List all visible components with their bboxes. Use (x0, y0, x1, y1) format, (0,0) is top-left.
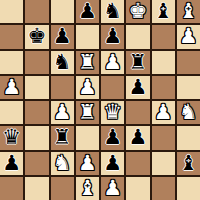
black-queen-piece: ♛ (2, 127, 21, 148)
black-bishop-piece: ♝ (179, 152, 198, 173)
black-knight-piece: ♞ (103, 1, 122, 22)
white-king-piece: ♚ (128, 1, 147, 22)
white-knight-piece: ♞ (179, 102, 198, 123)
square-b5[interactable] (25, 76, 48, 99)
white-pawn-piece: ♟ (154, 102, 173, 123)
square-e1[interactable]: ♟ (101, 177, 124, 200)
square-e3[interactable]: ♟ (101, 126, 124, 149)
square-d5[interactable]: ♟ (76, 76, 99, 99)
chess-board: ♟♞♚♝♝♚♟♟♟♞♜♟♜♟♟♟♟♜♛♟♞♛♜♟♟♟♞♟♟♝♝♟ (0, 0, 200, 200)
square-a3[interactable]: ♛ (0, 126, 23, 149)
square-g6[interactable] (152, 51, 175, 74)
white-pawn-piece: ♟ (103, 177, 122, 198)
square-c2[interactable]: ♞ (51, 152, 74, 175)
square-b6[interactable] (25, 51, 48, 74)
square-e6[interactable]: ♟ (101, 51, 124, 74)
black-pawn-piece: ♟ (128, 127, 147, 148)
black-pawn-piece: ♟ (53, 26, 72, 47)
white-rook-piece: ♜ (78, 102, 97, 123)
square-d3[interactable] (76, 126, 99, 149)
white-pawn-piece: ♟ (179, 26, 198, 47)
white-pawn-piece: ♟ (78, 152, 97, 173)
square-f4[interactable] (126, 101, 149, 124)
black-pawn-piece: ♟ (103, 127, 122, 148)
square-h8[interactable]: ♝ (177, 0, 200, 23)
square-a2[interactable]: ♟ (0, 152, 23, 175)
black-king-piece: ♚ (27, 26, 46, 47)
square-f7[interactable] (126, 25, 149, 48)
square-a8[interactable] (0, 0, 23, 23)
square-g4[interactable]: ♟ (152, 101, 175, 124)
black-rook-piece: ♜ (53, 127, 72, 148)
square-b7[interactable]: ♚ (25, 25, 48, 48)
square-a4[interactable] (0, 101, 23, 124)
square-d7[interactable] (76, 25, 99, 48)
square-c8[interactable] (51, 0, 74, 23)
square-g8[interactable]: ♝ (152, 0, 175, 23)
white-pawn-piece: ♟ (53, 102, 72, 123)
white-bishop-piece: ♝ (179, 1, 198, 22)
square-c7[interactable]: ♟ (51, 25, 74, 48)
black-pawn-piece: ♟ (103, 26, 122, 47)
white-rook-piece: ♜ (78, 51, 97, 72)
square-b1[interactable] (25, 177, 48, 200)
square-f2[interactable] (126, 152, 149, 175)
square-h5[interactable] (177, 76, 200, 99)
square-f3[interactable]: ♟ (126, 126, 149, 149)
white-queen-piece: ♛ (103, 102, 122, 123)
square-d4[interactable]: ♜ (76, 101, 99, 124)
square-h6[interactable] (177, 51, 200, 74)
square-g5[interactable] (152, 76, 175, 99)
square-e8[interactable]: ♞ (101, 0, 124, 23)
black-pawn-piece: ♟ (128, 76, 147, 97)
white-pawn-piece: ♟ (2, 76, 21, 97)
square-c4[interactable]: ♟ (51, 101, 74, 124)
square-h2[interactable]: ♝ (177, 152, 200, 175)
square-b2[interactable] (25, 152, 48, 175)
square-g7[interactable] (152, 25, 175, 48)
square-f1[interactable] (126, 177, 149, 200)
black-pawn-piece: ♟ (2, 152, 21, 173)
square-e7[interactable]: ♟ (101, 25, 124, 48)
black-bishop-piece: ♝ (154, 1, 173, 22)
square-a1[interactable] (0, 177, 23, 200)
square-h7[interactable]: ♟ (177, 25, 200, 48)
white-pawn-piece: ♟ (78, 76, 97, 97)
square-b8[interactable] (25, 0, 48, 23)
square-a7[interactable] (0, 25, 23, 48)
square-b3[interactable] (25, 126, 48, 149)
square-c3[interactable]: ♜ (51, 126, 74, 149)
square-g2[interactable] (152, 152, 175, 175)
square-h1[interactable] (177, 177, 200, 200)
white-bishop-piece: ♝ (78, 177, 97, 198)
square-a6[interactable] (0, 51, 23, 74)
black-rook-piece: ♜ (128, 51, 147, 72)
square-c1[interactable] (51, 177, 74, 200)
square-e4[interactable]: ♛ (101, 101, 124, 124)
square-d2[interactable]: ♟ (76, 152, 99, 175)
square-f5[interactable]: ♟ (126, 76, 149, 99)
white-pawn-piece: ♟ (103, 51, 122, 72)
square-a5[interactable]: ♟ (0, 76, 23, 99)
black-knight-piece: ♞ (53, 51, 72, 72)
square-h3[interactable] (177, 126, 200, 149)
square-f6[interactable]: ♜ (126, 51, 149, 74)
square-c5[interactable] (51, 76, 74, 99)
white-knight-piece: ♞ (53, 152, 72, 173)
square-b4[interactable] (25, 101, 48, 124)
square-e2[interactable]: ♟ (101, 152, 124, 175)
black-pawn-piece: ♟ (103, 152, 122, 173)
square-c6[interactable]: ♞ (51, 51, 74, 74)
square-g1[interactable] (152, 177, 175, 200)
square-h4[interactable]: ♞ (177, 101, 200, 124)
square-d6[interactable]: ♜ (76, 51, 99, 74)
square-d1[interactable]: ♝ (76, 177, 99, 200)
black-pawn-piece: ♟ (78, 1, 97, 22)
square-d8[interactable]: ♟ (76, 0, 99, 23)
square-e5[interactable] (101, 76, 124, 99)
square-g3[interactable] (152, 126, 175, 149)
square-f8[interactable]: ♚ (126, 0, 149, 23)
